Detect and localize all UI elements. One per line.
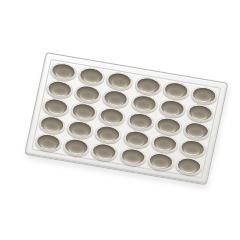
tray-cavity [157,97,187,118]
tray-cavity [73,83,103,104]
tray-face [31,59,221,178]
tray-cavity [97,106,127,127]
tray-cavity [122,128,152,149]
tray-cavity [49,61,79,82]
tray-cavity [90,141,120,162]
tray-cavity [41,96,71,117]
tray-cavity [45,78,75,99]
tray-cavity [161,80,191,101]
tray-cavity [182,120,212,141]
tray-cavity [66,119,96,140]
tray-cavity [101,88,131,109]
tray-cavity [174,155,204,176]
baking-tray [24,52,228,185]
tray-cavity [146,151,176,172]
product-photo [0,0,240,240]
tray-cavity [34,132,64,153]
tray-cavity [69,101,99,122]
tray-cavity [150,133,180,154]
tray-cavity [62,136,92,157]
tray-cavity [38,114,68,135]
tray-cavity [105,70,135,91]
tray-cavity [126,110,156,131]
tray-cavity [189,84,219,105]
tray-cavity [186,102,216,123]
tray-cavity [118,146,148,167]
tray-cavity [133,75,163,96]
tray-cavity [77,65,107,86]
tray-cavity [178,138,208,159]
cavity-grid [33,60,220,177]
tray-cavity [154,115,184,136]
tray-cavity [129,93,159,114]
tray-cavity [94,123,124,144]
